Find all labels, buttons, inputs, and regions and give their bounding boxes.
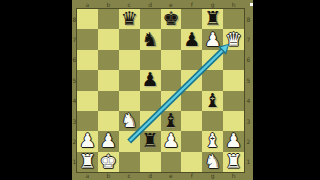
white-pawn: ♟ — [100, 130, 117, 150]
square-a4[interactable] — [77, 91, 98, 111]
square-c3[interactable]: ♞ — [119, 111, 140, 131]
square-b2[interactable]: ♟ — [98, 131, 119, 151]
coord-label: d — [140, 0, 161, 9]
square-g8[interactable]: ♜ — [202, 9, 223, 29]
square-f2[interactable] — [181, 131, 202, 151]
black-queen: ♛ — [121, 8, 138, 28]
coord-label: 2 — [244, 131, 253, 151]
black-pawn: ♟ — [142, 69, 159, 89]
coord-label: e — [161, 171, 182, 180]
white-dot-artifact — [250, 3, 253, 6]
square-h4[interactable] — [223, 91, 244, 111]
square-g4[interactable]: ♝ — [202, 91, 223, 111]
board-grid: ♛♚♜♞♟♟♛♟♝♞♝♟♟♜♟♝♟♜♚♞♜ — [77, 9, 244, 172]
coord-label: c — [119, 171, 140, 180]
square-h8[interactable] — [223, 9, 244, 29]
black-knight: ♞ — [142, 29, 159, 49]
black-bishop: ♝ — [204, 90, 221, 110]
square-f8[interactable] — [181, 9, 202, 29]
square-b6[interactable] — [98, 50, 119, 70]
square-a1[interactable]: ♜ — [77, 152, 98, 172]
coord-label: 4 — [244, 91, 253, 111]
square-g5[interactable] — [202, 70, 223, 90]
square-e3[interactable]: ♝ — [161, 111, 182, 131]
square-e7[interactable] — [161, 29, 182, 49]
file-labels-bottom: abcdefgh — [77, 171, 244, 180]
square-g2[interactable]: ♝ — [202, 131, 223, 151]
square-d6[interactable] — [140, 50, 161, 70]
coord-label: d — [140, 171, 161, 180]
square-d3[interactable] — [140, 111, 161, 131]
coord-label: 1 — [244, 152, 253, 172]
square-e2[interactable]: ♟ — [161, 131, 182, 151]
square-b4[interactable] — [98, 91, 119, 111]
square-d7[interactable]: ♞ — [140, 29, 161, 49]
square-f5[interactable] — [181, 70, 202, 90]
square-f7[interactable]: ♟ — [181, 29, 202, 49]
square-d4[interactable] — [140, 91, 161, 111]
chess-board: abcdefgh abcdefgh 87654321 87654321 ♛♚♜♞… — [72, 0, 253, 180]
square-g1[interactable]: ♞ — [202, 152, 223, 172]
square-c6[interactable] — [119, 50, 140, 70]
square-c4[interactable] — [119, 91, 140, 111]
white-queen: ♛ — [225, 29, 242, 49]
square-f3[interactable] — [181, 111, 202, 131]
square-d8[interactable] — [140, 9, 161, 29]
square-a8[interactable] — [77, 9, 98, 29]
coord-label: 3 — [244, 111, 253, 131]
white-bishop: ♝ — [204, 130, 221, 150]
white-rook: ♜ — [79, 151, 96, 171]
black-bishop: ♝ — [162, 110, 179, 130]
square-c8[interactable]: ♛ — [119, 9, 140, 29]
white-king: ♚ — [100, 151, 117, 171]
square-c7[interactable] — [119, 29, 140, 49]
square-e5[interactable] — [161, 70, 182, 90]
square-e4[interactable] — [161, 91, 182, 111]
coord-label: 6 — [244, 50, 253, 70]
coord-label: h — [223, 0, 244, 9]
square-a5[interactable] — [77, 70, 98, 90]
square-b3[interactable] — [98, 111, 119, 131]
white-rook: ♜ — [225, 151, 242, 171]
rank-labels-right: 87654321 — [244, 9, 253, 172]
square-d1[interactable] — [140, 152, 161, 172]
square-h6[interactable] — [223, 50, 244, 70]
square-h1[interactable]: ♜ — [223, 152, 244, 172]
square-a3[interactable] — [77, 111, 98, 131]
coord-label: 7 — [244, 29, 253, 49]
black-rook: ♜ — [204, 8, 221, 28]
square-h3[interactable] — [223, 111, 244, 131]
coord-label: f — [181, 171, 202, 180]
coord-label: 8 — [244, 9, 253, 29]
square-f6[interactable] — [181, 50, 202, 70]
square-c5[interactable] — [119, 70, 140, 90]
square-c2[interactable] — [119, 131, 140, 151]
coord-label: a — [77, 171, 98, 180]
white-pawn: ♟ — [162, 130, 179, 150]
square-g3[interactable] — [202, 111, 223, 131]
square-a7[interactable] — [77, 29, 98, 49]
square-a2[interactable]: ♟ — [77, 131, 98, 151]
square-b7[interactable] — [98, 29, 119, 49]
square-d5[interactable]: ♟ — [140, 70, 161, 90]
square-f4[interactable] — [181, 91, 202, 111]
square-e8[interactable]: ♚ — [161, 9, 182, 29]
coord-label: b — [98, 0, 119, 9]
square-h5[interactable] — [223, 70, 244, 90]
square-g6[interactable] — [202, 50, 223, 70]
square-a6[interactable] — [77, 50, 98, 70]
square-c1[interactable] — [119, 152, 140, 172]
black-rook: ♜ — [142, 130, 159, 150]
square-g7[interactable]: ♟ — [202, 29, 223, 49]
square-b1[interactable]: ♚ — [98, 152, 119, 172]
coord-label: h — [223, 171, 244, 180]
white-pawn: ♟ — [225, 130, 242, 150]
white-knight: ♞ — [204, 151, 221, 171]
square-h7[interactable]: ♛ — [223, 29, 244, 49]
black-king: ♚ — [162, 8, 179, 28]
white-pawn: ♟ — [204, 29, 221, 49]
square-b5[interactable] — [98, 70, 119, 90]
white-pawn: ♟ — [79, 130, 96, 150]
square-b8[interactable] — [98, 9, 119, 29]
coord-label: a — [77, 0, 98, 9]
coord-label: b — [98, 171, 119, 180]
coord-label: g — [202, 171, 223, 180]
coord-label: f — [181, 0, 202, 9]
square-e1[interactable] — [161, 152, 182, 172]
square-e6[interactable] — [161, 50, 182, 70]
square-f1[interactable] — [181, 152, 202, 172]
white-knight: ♞ — [121, 110, 138, 130]
square-h2[interactable]: ♟ — [223, 131, 244, 151]
square-d2[interactable]: ♜ — [140, 131, 161, 151]
black-pawn: ♟ — [183, 29, 200, 49]
coord-label: 5 — [244, 70, 253, 90]
